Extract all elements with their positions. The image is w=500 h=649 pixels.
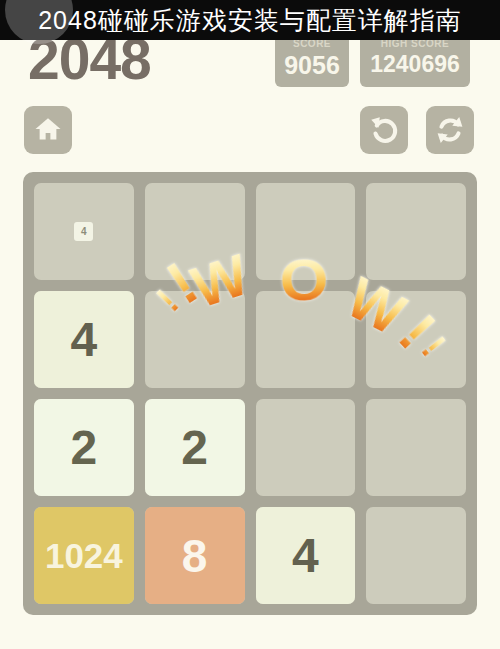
cell-r1c3 xyxy=(256,183,356,280)
home-icon xyxy=(33,115,63,145)
undo-icon xyxy=(369,115,399,145)
app-frame: 2048 SCORE 9056 HIGH SCORE 1240696 xyxy=(0,0,500,649)
cell-r2c3 xyxy=(256,291,356,388)
game-board[interactable]: 4 4 2 2 1024 8 4 xyxy=(23,172,477,615)
title-bar: 2048碰碰乐游戏安装与配置详解指南 xyxy=(0,0,500,40)
refresh-button[interactable] xyxy=(426,106,474,154)
high-score-value: 1240696 xyxy=(370,51,460,78)
tile-2: 2 xyxy=(145,399,245,496)
score-value: 9056 xyxy=(284,51,340,80)
tile-2: 2 xyxy=(34,399,134,496)
tile-4: 4 xyxy=(34,291,134,388)
cell-r3c2: 2 xyxy=(145,399,245,496)
cell-r3c4 xyxy=(366,399,466,496)
tile-8: 8 xyxy=(145,507,245,604)
cell-r2c1: 4 xyxy=(34,291,134,388)
undo-button[interactable] xyxy=(360,106,408,154)
cell-r3c3 xyxy=(256,399,356,496)
refresh-icon xyxy=(435,115,465,145)
cell-r1c2 xyxy=(145,183,245,280)
cell-r4c4 xyxy=(366,507,466,604)
tile-4: 4 xyxy=(256,507,356,604)
cell-r1c4 xyxy=(366,183,466,280)
page-title: 2048碰碰乐游戏安装与配置详解指南 xyxy=(38,4,462,37)
tile-1024: 1024 xyxy=(34,507,134,604)
cell-r4c1: 1024 xyxy=(34,507,134,604)
tile-spawning: 4 xyxy=(74,222,93,241)
cell-r1c1: 4 xyxy=(34,183,134,280)
cell-r3c1: 2 xyxy=(34,399,134,496)
cell-r4c3: 4 xyxy=(256,507,356,604)
home-button[interactable] xyxy=(24,106,72,154)
cell-r2c4 xyxy=(366,291,466,388)
cell-r2c2 xyxy=(145,291,245,388)
cell-r4c2: 8 xyxy=(145,507,245,604)
